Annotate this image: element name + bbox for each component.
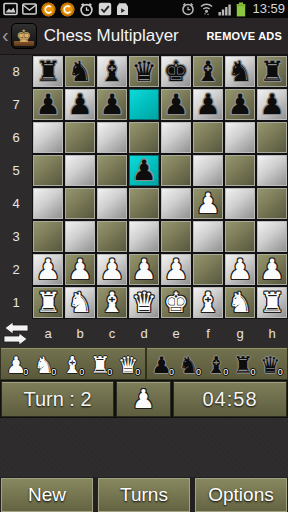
black-bishop-icon: ♝ <box>206 352 227 378</box>
white-pawn: ♟ <box>227 255 252 285</box>
wifi-data-icon <box>199 2 214 16</box>
white-pawn-icon: ♟ <box>6 352 27 378</box>
task-check-icon <box>98 2 112 16</box>
black-rook-icon: ♜ <box>233 352 254 378</box>
captured-white-knight: ♞0 <box>34 352 57 378</box>
square-e5[interactable] <box>160 154 192 187</box>
square-h4[interactable] <box>256 187 288 220</box>
file-label-f: f <box>192 326 224 341</box>
play-store-icon <box>116 2 129 16</box>
square-f2[interactable] <box>192 253 224 286</box>
square-c3[interactable] <box>96 220 128 253</box>
status-clock: 13:59 <box>250 0 285 18</box>
white-bishop: ♝ <box>195 288 220 318</box>
app-icon: ♚ <box>11 23 37 49</box>
square-a1[interactable]: ♜ <box>32 286 64 319</box>
page-title: Chess Multiplayer <box>44 26 179 46</box>
flip-board-icon <box>2 320 30 346</box>
square-b8[interactable]: ♞ <box>64 55 96 88</box>
white-pawn: ♟ <box>35 255 60 285</box>
game-timer: 04:58 <box>173 381 287 417</box>
white-pawn: ♟ <box>163 255 188 285</box>
square-e8[interactable]: ♚ <box>160 55 192 88</box>
back-chevron-icon[interactable]: ‹ <box>2 18 11 54</box>
black-pawn: ♟ <box>195 90 220 120</box>
square-g7[interactable]: ♟ <box>224 88 256 121</box>
white-bishop: ♝ <box>99 288 124 318</box>
black-pawn-icon: ♟ <box>151 352 172 378</box>
square-a5[interactable] <box>32 154 64 187</box>
square-f3[interactable] <box>192 220 224 253</box>
captured-black-pawn: ♟0 <box>151 352 174 378</box>
square-a3[interactable] <box>32 220 64 253</box>
flip-board-button[interactable] <box>0 320 32 346</box>
square-c6[interactable] <box>96 121 128 154</box>
white-knight-icon: ♞ <box>34 352 55 378</box>
black-rook: ♜ <box>35 57 60 87</box>
square-b6[interactable] <box>64 121 96 154</box>
captured-black-tray: ♟0♞0♝0♜0♛0 <box>146 347 288 380</box>
black-pawn: ♟ <box>99 90 124 120</box>
square-c7[interactable]: ♟ <box>96 88 128 121</box>
square-h8[interactable]: ♜ <box>256 55 288 88</box>
square-b3[interactable] <box>64 220 96 253</box>
rank-label-4: 4 <box>0 187 32 220</box>
file-label-b: b <box>64 326 96 341</box>
captured-white-bishop: ♝0 <box>62 352 85 378</box>
square-e3[interactable] <box>160 220 192 253</box>
white-queen-icon: ♛ <box>118 352 139 378</box>
captured-black-rook: ♜0 <box>233 352 256 378</box>
white-pawn: ♟ <box>131 255 156 285</box>
square-b5[interactable] <box>64 154 96 187</box>
black-knight: ♞ <box>67 57 92 87</box>
square-b1[interactable]: ♞ <box>64 286 96 319</box>
square-e4[interactable] <box>160 187 192 220</box>
square-d5[interactable]: ♟ <box>128 154 160 187</box>
file-label-d: d <box>128 326 160 341</box>
square-c4[interactable] <box>96 187 128 220</box>
white-pawn: ♟ <box>67 255 92 285</box>
white-pawn-icon: ♟ <box>132 385 155 413</box>
side-to-move-indicator: ♟ <box>116 381 171 417</box>
rank-label-8: 8 <box>0 55 32 88</box>
square-f8[interactable]: ♝ <box>192 55 224 88</box>
white-queen: ♛ <box>131 288 156 318</box>
square-h1[interactable]: ♜ <box>256 286 288 319</box>
black-bishop: ♝ <box>99 57 124 87</box>
square-g2[interactable]: ♟ <box>224 253 256 286</box>
square-f6[interactable] <box>192 121 224 154</box>
square-g1[interactable]: ♞ <box>224 286 256 319</box>
new-game-button[interactable]: New <box>1 478 93 512</box>
rank-label-6: 6 <box>0 121 32 154</box>
captured-black-knight: ♞0 <box>178 352 201 378</box>
black-knight-icon: ♞ <box>178 352 199 378</box>
file-label-a: a <box>32 326 64 341</box>
file-label-e: e <box>160 326 192 341</box>
remove-ads-button[interactable]: REMOVE ADS <box>206 30 282 42</box>
square-g5[interactable] <box>224 154 256 187</box>
captured-pieces-tray: ♟0♞0♝0♜0♛0 ♟0♞0♝0♜0♛0 <box>0 347 288 380</box>
square-e2[interactable]: ♟ <box>160 253 192 286</box>
bottom-button-bar: New Turns Options <box>0 477 288 512</box>
chess-board: 8♜♞♝♛♚♝♞♜7♟♟♟♟♟♟♟65♟4♟32♟♟♟♟♟♟♟1♜♞♝♛♚♝♞♜ <box>0 55 288 319</box>
black-king: ♚ <box>163 57 188 87</box>
square-g3[interactable] <box>224 220 256 253</box>
signal-icon <box>218 3 232 16</box>
white-rook-icon: ♜ <box>90 352 111 378</box>
black-queen-icon: ♛ <box>260 352 281 378</box>
black-pawn: ♟ <box>67 90 92 120</box>
rank-label-3: 3 <box>0 220 32 253</box>
mail-icon <box>22 3 37 15</box>
rank-label-1: 1 <box>0 286 32 319</box>
square-h6[interactable] <box>256 121 288 154</box>
white-pawn: ♟ <box>99 255 124 285</box>
square-e1[interactable]: ♚ <box>160 286 192 319</box>
file-label-c: c <box>96 326 128 341</box>
square-a7[interactable]: ♟ <box>32 88 64 121</box>
rank-label-5: 5 <box>0 154 32 187</box>
captured-black-queen: ♛0 <box>260 352 283 378</box>
square-f7[interactable]: ♟ <box>192 88 224 121</box>
status-bar: 13:59 <box>0 0 288 18</box>
black-rook: ♜ <box>259 57 284 87</box>
square-d4[interactable] <box>128 187 160 220</box>
rank-label-2: 2 <box>0 253 32 286</box>
square-g8[interactable]: ♞ <box>224 55 256 88</box>
file-label-g: g <box>224 326 256 341</box>
square-d7[interactable] <box>128 88 160 121</box>
turns-button[interactable]: Turns <box>98 478 190 512</box>
white-knight: ♞ <box>227 288 252 318</box>
square-a6[interactable] <box>32 121 64 154</box>
turn-bar: Turn : 2 ♟ 04:58 <box>0 380 288 418</box>
square-h7[interactable]: ♟ <box>256 88 288 121</box>
square-d1[interactable]: ♛ <box>128 286 160 319</box>
captured-white-tray: ♟0♞0♝0♜0♛0 <box>0 347 146 380</box>
file-label-h: h <box>256 326 288 341</box>
square-b7[interactable]: ♟ <box>64 88 96 121</box>
turn-counter: Turn : 2 <box>1 381 114 417</box>
captured-black-bishop: ♝0 <box>206 352 229 378</box>
square-d2[interactable]: ♟ <box>128 253 160 286</box>
square-d8[interactable]: ♛ <box>128 55 160 88</box>
square-a8[interactable]: ♜ <box>32 55 64 88</box>
square-e7[interactable]: ♟ <box>160 88 192 121</box>
media-icon <box>60 2 75 17</box>
square-c5[interactable] <box>96 154 128 187</box>
white-knight: ♞ <box>67 288 92 318</box>
captured-white-rook: ♜0 <box>90 352 113 378</box>
square-c8[interactable]: ♝ <box>96 55 128 88</box>
black-pawn: ♟ <box>163 90 188 120</box>
ad-area <box>0 418 288 477</box>
rank-label-7: 7 <box>0 88 32 121</box>
white-rook: ♜ <box>259 288 284 318</box>
square-f4[interactable]: ♟ <box>192 187 224 220</box>
alarm-icon <box>181 2 195 16</box>
square-d3[interactable] <box>128 220 160 253</box>
captured-white-queen: ♛0 <box>118 352 141 378</box>
square-c2[interactable]: ♟ <box>96 253 128 286</box>
black-pawn: ♟ <box>227 90 252 120</box>
white-rook: ♜ <box>35 288 60 318</box>
battery-icon <box>236 2 246 17</box>
file-labels-row: abcdefgh <box>0 319 288 347</box>
square-h2[interactable]: ♟ <box>256 253 288 286</box>
square-c1[interactable]: ♝ <box>96 286 128 319</box>
alarm-icon <box>79 2 94 17</box>
square-f5[interactable] <box>192 154 224 187</box>
square-h5[interactable] <box>256 154 288 187</box>
black-knight: ♞ <box>227 57 252 87</box>
square-a2[interactable]: ♟ <box>32 253 64 286</box>
square-g6[interactable] <box>224 121 256 154</box>
white-pawn: ♟ <box>259 255 284 285</box>
black-queen: ♛ <box>131 57 156 87</box>
square-g4[interactable] <box>224 187 256 220</box>
square-f1[interactable]: ♝ <box>192 286 224 319</box>
square-d6[interactable] <box>128 121 160 154</box>
gallery-icon <box>3 2 18 16</box>
title-bar: ‹ ♚ Chess Multiplayer REMOVE ADS <box>0 18 288 55</box>
black-pawn: ♟ <box>259 90 284 120</box>
white-bishop-icon: ♝ <box>62 352 83 378</box>
media-icon <box>41 2 56 17</box>
captured-white-pawn: ♟0 <box>6 352 29 378</box>
king-logo-icon: ♚ <box>16 28 31 45</box>
black-bishop: ♝ <box>195 57 220 87</box>
black-pawn: ♟ <box>35 90 60 120</box>
square-b2[interactable]: ♟ <box>64 253 96 286</box>
options-button[interactable]: Options <box>195 478 287 512</box>
square-b4[interactable] <box>64 187 96 220</box>
white-pawn: ♟ <box>195 189 220 219</box>
white-king: ♚ <box>163 288 188 318</box>
square-h3[interactable] <box>256 220 288 253</box>
square-e6[interactable] <box>160 121 192 154</box>
square-a4[interactable] <box>32 187 64 220</box>
black-pawn: ♟ <box>131 156 156 186</box>
